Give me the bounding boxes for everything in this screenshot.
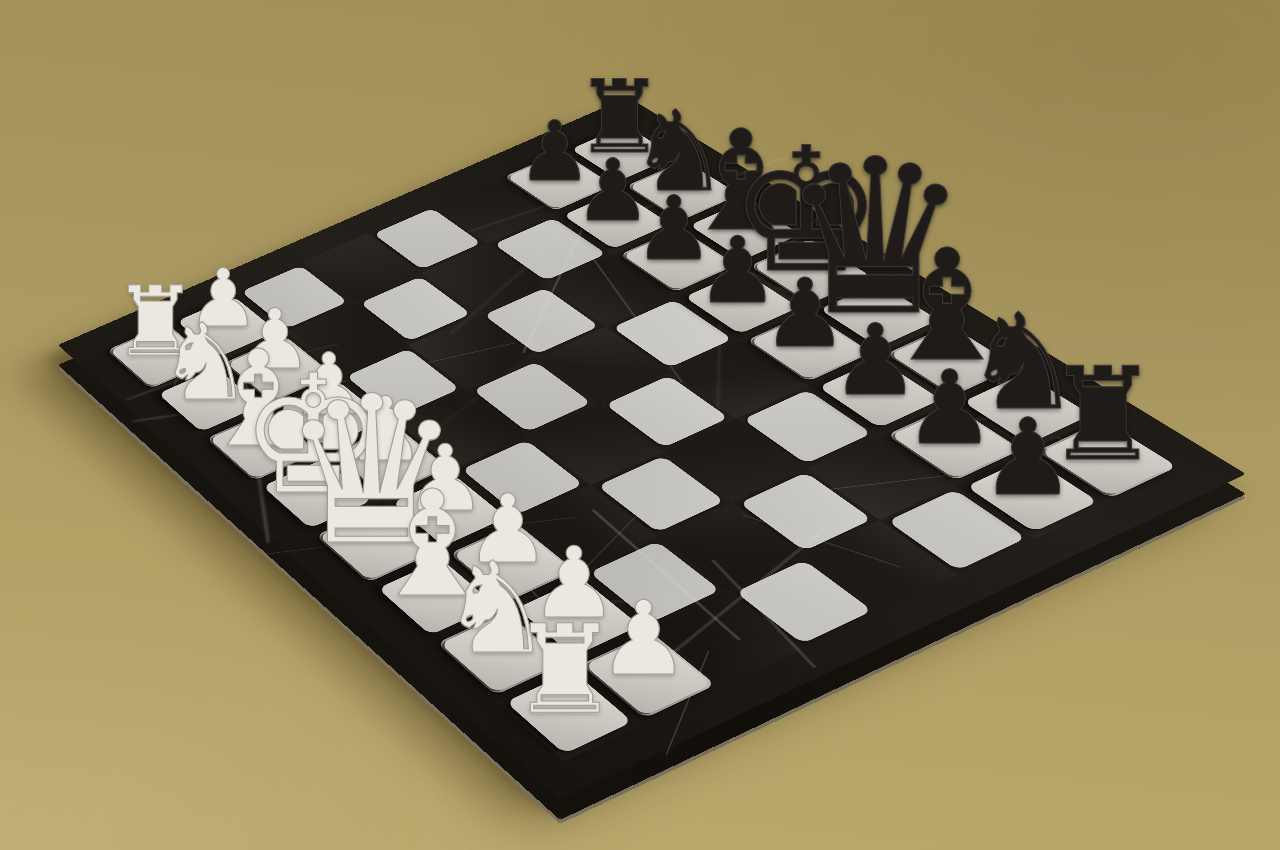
piece-black-pawn-a7[interactable]: ♟	[981, 410, 1076, 505]
photo-scene: ♜♟♞♟♝♟♚♟♛♟♟♜♝♟♟♞♞♟♟♝♜♟♚♟♟♛♟♝♟♞♟♜	[0, 0, 1280, 850]
pieces-layer: ♜♟♞♟♝♟♚♟♛♟♟♜♝♟♟♞♞♟♟♝♜♟♚♟♟♛♟♝♟♞♟♜	[0, 0, 1280, 850]
piece-white-rook-a1[interactable]: ♜	[510, 614, 620, 724]
